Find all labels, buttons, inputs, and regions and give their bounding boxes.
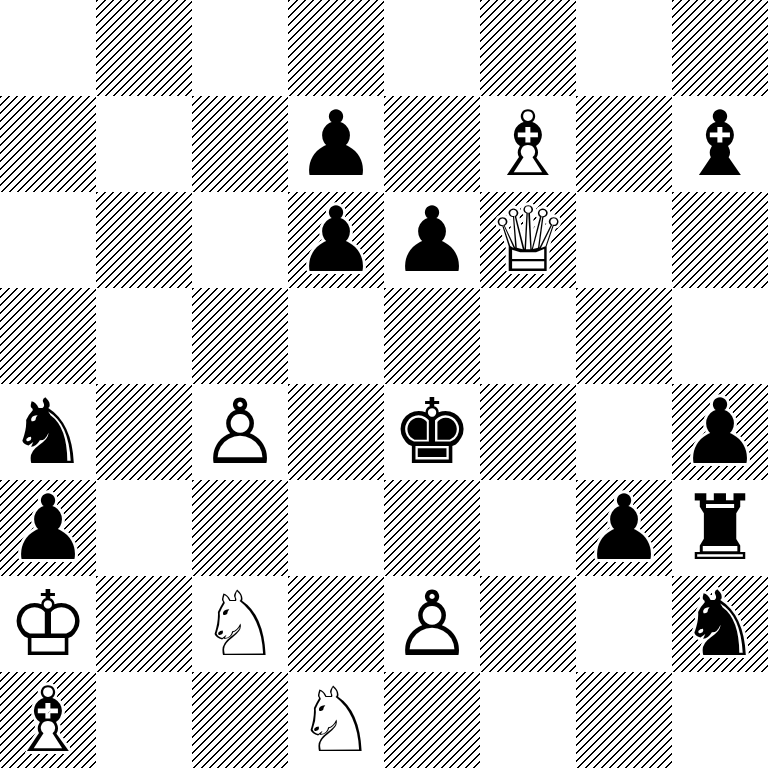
square-f5[interactable] (480, 288, 576, 384)
square-a8[interactable] (0, 0, 96, 96)
black-king-icon: ♚ (392, 384, 473, 480)
square-h6[interactable] (672, 192, 768, 288)
square-a4[interactable]: ♞♞ (0, 384, 96, 480)
black-king-e4[interactable]: ♚♚ (384, 384, 480, 480)
square-e7[interactable] (384, 96, 480, 192)
white-queen-icon: ♕ (488, 192, 569, 288)
square-c4[interactable]: ♟♙ (192, 384, 288, 480)
black-pawn-icon: ♟ (584, 480, 665, 576)
white-bishop-f7[interactable]: ♝♗ (480, 96, 576, 192)
black-pawn-g3[interactable]: ♟♟ (576, 480, 672, 576)
black-pawn-icon: ♟ (680, 384, 761, 480)
square-g6[interactable] (576, 192, 672, 288)
white-bishop-a1[interactable]: ♝♗ (0, 672, 96, 768)
white-knight-icon: ♘ (200, 576, 281, 672)
square-f7[interactable]: ♝♗ (480, 96, 576, 192)
square-e8[interactable] (384, 0, 480, 96)
square-c5[interactable] (192, 288, 288, 384)
white-bishop-icon: ♗ (8, 672, 89, 768)
square-b6[interactable] (96, 192, 192, 288)
square-a1[interactable]: ♝♗ (0, 672, 96, 768)
square-d2[interactable] (288, 576, 384, 672)
white-pawn-icon: ♙ (392, 576, 473, 672)
square-a5[interactable] (0, 288, 96, 384)
white-knight-c2[interactable]: ♞♘ (192, 576, 288, 672)
square-d8[interactable] (288, 0, 384, 96)
black-pawn-a3[interactable]: ♟♟ (0, 480, 96, 576)
square-c8[interactable] (192, 0, 288, 96)
square-h2[interactable]: ♞♞ (672, 576, 768, 672)
black-pawn-d7[interactable]: ♟♟ (288, 96, 384, 192)
square-a6[interactable] (0, 192, 96, 288)
square-a7[interactable] (0, 96, 96, 192)
white-king-icon: ♔ (8, 576, 89, 672)
white-queen-f6[interactable]: ♛♕ (480, 192, 576, 288)
white-knight-icon: ♘ (296, 672, 377, 768)
black-bishop-h7[interactable]: ♝♝ (672, 96, 768, 192)
black-pawn-icon: ♟ (8, 480, 89, 576)
square-h3[interactable]: ♜♜ (672, 480, 768, 576)
square-g4[interactable] (576, 384, 672, 480)
white-pawn-icon: ♙ (200, 384, 281, 480)
white-pawn-c4[interactable]: ♟♙ (192, 384, 288, 480)
square-f3[interactable] (480, 480, 576, 576)
square-f4[interactable] (480, 384, 576, 480)
square-h4[interactable]: ♟♟ (672, 384, 768, 480)
square-h8[interactable] (672, 0, 768, 96)
square-c6[interactable] (192, 192, 288, 288)
black-knight-a4[interactable]: ♞♞ (0, 384, 96, 480)
square-e6[interactable]: ♟♟ (384, 192, 480, 288)
square-d1[interactable]: ♞♘ (288, 672, 384, 768)
square-e3[interactable] (384, 480, 480, 576)
white-knight-d1[interactable]: ♞♘ (288, 672, 384, 768)
square-b1[interactable] (96, 672, 192, 768)
white-king-a2[interactable]: ♚♔ (0, 576, 96, 672)
square-f2[interactable] (480, 576, 576, 672)
white-pawn-e2[interactable]: ♟♙ (384, 576, 480, 672)
black-bishop-icon: ♝ (680, 96, 761, 192)
chess-board: ♟♟♝♗♝♝♟♟♟♟♛♕♞♞♟♙♚♚♟♟♟♟♟♟♜♜♚♔♞♘♟♙♞♞♝♗♞♘ (0, 0, 768, 768)
square-e1[interactable] (384, 672, 480, 768)
square-f1[interactable] (480, 672, 576, 768)
square-c1[interactable] (192, 672, 288, 768)
square-g5[interactable] (576, 288, 672, 384)
square-e4[interactable]: ♚♚ (384, 384, 480, 480)
square-d4[interactable] (288, 384, 384, 480)
square-b5[interactable] (96, 288, 192, 384)
black-rook-icon: ♜ (680, 480, 761, 576)
square-g1[interactable] (576, 672, 672, 768)
square-h5[interactable] (672, 288, 768, 384)
black-pawn-icon: ♟ (296, 192, 377, 288)
black-knight-icon: ♞ (680, 576, 761, 672)
square-b7[interactable] (96, 96, 192, 192)
square-b3[interactable] (96, 480, 192, 576)
black-pawn-icon: ♟ (296, 96, 377, 192)
black-pawn-h4[interactable]: ♟♟ (672, 384, 768, 480)
square-c7[interactable] (192, 96, 288, 192)
square-d6[interactable]: ♟♟ (288, 192, 384, 288)
square-b8[interactable] (96, 0, 192, 96)
square-e2[interactable]: ♟♙ (384, 576, 480, 672)
square-g8[interactable] (576, 0, 672, 96)
square-f8[interactable] (480, 0, 576, 96)
black-knight-h2[interactable]: ♞♞ (672, 576, 768, 672)
square-d5[interactable] (288, 288, 384, 384)
square-b4[interactable] (96, 384, 192, 480)
square-g2[interactable] (576, 576, 672, 672)
square-a3[interactable]: ♟♟ (0, 480, 96, 576)
square-g3[interactable]: ♟♟ (576, 480, 672, 576)
white-bishop-icon: ♗ (488, 96, 569, 192)
black-pawn-e6[interactable]: ♟♟ (384, 192, 480, 288)
square-h1[interactable] (672, 672, 768, 768)
black-pawn-icon: ♟ (392, 192, 473, 288)
black-pawn-d6[interactable]: ♟♟ (288, 192, 384, 288)
square-d3[interactable] (288, 480, 384, 576)
square-g7[interactable] (576, 96, 672, 192)
square-b2[interactable] (96, 576, 192, 672)
square-f6[interactable]: ♛♕ (480, 192, 576, 288)
square-c2[interactable]: ♞♘ (192, 576, 288, 672)
black-knight-icon: ♞ (8, 384, 89, 480)
black-rook-h3[interactable]: ♜♜ (672, 480, 768, 576)
square-d7[interactable]: ♟♟ (288, 96, 384, 192)
square-h7[interactable]: ♝♝ (672, 96, 768, 192)
square-e5[interactable] (384, 288, 480, 384)
square-c3[interactable] (192, 480, 288, 576)
square-a2[interactable]: ♚♔ (0, 576, 96, 672)
